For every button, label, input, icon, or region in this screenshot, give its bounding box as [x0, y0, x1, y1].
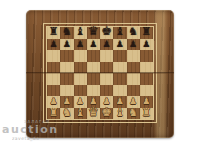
- square-f2: ♟: [113, 96, 126, 108]
- piece-white-rook: ♜: [141, 107, 151, 118]
- watermark: ЗАЛАГАЙ auction zaveta_do: [2, 119, 59, 141]
- square-e8: ♚: [100, 27, 113, 39]
- piece-black-bishop: ♝: [75, 26, 85, 37]
- square-a7: ♟: [47, 39, 60, 51]
- square-d3: [87, 85, 100, 97]
- square-a8: ♜: [47, 27, 60, 39]
- square-d7: ♟: [87, 39, 100, 51]
- piece-white-pawn: ♟: [129, 97, 137, 106]
- piece-white-rook: ♜: [49, 107, 59, 118]
- fold-seam: [26, 72, 174, 74]
- piece-black-pawn: ♟: [76, 40, 84, 49]
- square-d1: ♛: [87, 108, 100, 120]
- square-g2: ♟: [127, 96, 140, 108]
- piece-white-pawn: ♟: [76, 97, 84, 106]
- piece-white-knight: ♞: [62, 107, 72, 118]
- square-b2: ♟: [60, 96, 73, 108]
- piece-black-rook: ♜: [141, 26, 151, 37]
- square-e2: ♟: [100, 96, 113, 108]
- piece-black-knight: ♞: [62, 26, 72, 37]
- square-b6: [60, 50, 73, 62]
- square-g4: [127, 73, 140, 85]
- square-g1: ♞: [127, 108, 140, 120]
- piece-white-pawn: ♟: [89, 97, 97, 106]
- square-g8: ♞: [127, 27, 140, 39]
- square-f1: ♝: [113, 108, 126, 120]
- watermark-bottom-text: zaveta_do: [12, 136, 59, 141]
- square-d6: [87, 50, 100, 62]
- square-h2: ♟: [140, 96, 153, 108]
- piece-black-pawn: ♟: [89, 40, 97, 49]
- square-f3: [113, 85, 126, 97]
- piece-white-bishop: ♝: [115, 107, 125, 118]
- square-h7: ♟: [140, 39, 153, 51]
- piece-white-pawn: ♟: [103, 97, 111, 106]
- square-f7: ♟: [113, 39, 126, 51]
- square-d4: [87, 73, 100, 85]
- square-c2: ♟: [74, 96, 87, 108]
- piece-white-pawn: ♟: [142, 97, 150, 106]
- piece-black-bishop: ♝: [115, 26, 125, 37]
- square-c4: [74, 73, 87, 85]
- piece-white-queen: ♛: [88, 106, 99, 118]
- square-h3: [140, 85, 153, 97]
- piece-black-king: ♚: [101, 25, 112, 37]
- watermark-main-text: auction: [2, 124, 59, 136]
- piece-white-pawn: ♟: [116, 97, 124, 106]
- square-f8: ♝: [113, 27, 126, 39]
- square-f6: [113, 50, 126, 62]
- square-g6: [127, 50, 140, 62]
- piece-white-king: ♚: [101, 106, 112, 118]
- square-b4: [60, 73, 73, 85]
- square-e6: [100, 50, 113, 62]
- square-d2: ♟: [87, 96, 100, 108]
- piece-black-knight: ♞: [128, 26, 138, 37]
- square-h6: [140, 50, 153, 62]
- square-b8: ♞: [60, 27, 73, 39]
- photo-background: ♜♞♝♛♚♝♞♜♟♟♟♟♟♟♟♟♟♟♟♟♟♟♟♟♜♞♝♛♚♝♞♜ ЗАЛАГАЙ…: [0, 0, 200, 150]
- square-c8: ♝: [74, 27, 87, 39]
- square-c7: ♟: [74, 39, 87, 51]
- square-e7: ♟: [100, 39, 113, 51]
- square-f4: [113, 73, 126, 85]
- piece-white-knight: ♞: [128, 107, 138, 118]
- square-g7: ♟: [127, 39, 140, 51]
- square-b1: ♞: [60, 108, 73, 120]
- piece-white-pawn: ♟: [63, 97, 71, 106]
- square-c6: [74, 50, 87, 62]
- square-e1: ♚: [100, 108, 113, 120]
- piece-black-pawn: ♟: [103, 40, 111, 49]
- square-c3: [74, 85, 87, 97]
- square-d8: ♛: [87, 27, 100, 39]
- piece-black-queen: ♛: [88, 25, 99, 37]
- square-a2: ♟: [47, 96, 60, 108]
- piece-black-pawn: ♟: [63, 40, 71, 49]
- square-c1: ♝: [74, 108, 87, 120]
- square-h4: [140, 73, 153, 85]
- square-h8: ♜: [140, 27, 153, 39]
- piece-black-pawn: ♟: [142, 40, 150, 49]
- square-h1: ♜: [140, 108, 153, 120]
- square-e4: [100, 73, 113, 85]
- piece-black-pawn: ♟: [116, 40, 124, 49]
- piece-black-pawn: ♟: [50, 40, 58, 49]
- square-b3: [60, 85, 73, 97]
- square-a1: ♜: [47, 108, 60, 120]
- piece-black-rook: ♜: [49, 26, 59, 37]
- piece-white-pawn: ♟: [50, 97, 58, 106]
- square-a6: [47, 50, 60, 62]
- square-e3: [100, 85, 113, 97]
- square-b7: ♟: [60, 39, 73, 51]
- square-a3: [47, 85, 60, 97]
- piece-white-bishop: ♝: [75, 107, 85, 118]
- square-g3: [127, 85, 140, 97]
- square-a4: [47, 73, 60, 85]
- piece-black-pawn: ♟: [129, 40, 137, 49]
